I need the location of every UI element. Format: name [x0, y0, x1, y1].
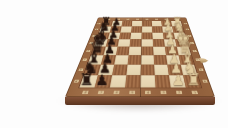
square-b4	[141, 65, 155, 76]
square-a5	[125, 75, 141, 87]
coordinate-inlay-back-7: 7	[117, 19, 120, 20]
coordinate-inlay-back-2: 2	[164, 19, 167, 20]
square-b1: ♞	[181, 65, 198, 76]
perspective-wrapper: ♜♟♟♜♞♟♟♞♝♟♟♝♚♟♟♚♛♟♟♛♝♟♟♝♞♟♟♞♜♟♟♜ 88hh77g…	[0, 0, 228, 128]
coordinate-inlay-left-d: d	[86, 50, 91, 52]
coordinate-inlay-back-4: 4	[145, 19, 148, 20]
coordinate-inlay-back-1: 1	[174, 19, 177, 20]
square-f5	[130, 33, 141, 40]
coordinate-inlay-front-7: 7	[98, 91, 105, 94]
coordinate-inlay-right-d: d	[192, 50, 197, 52]
coordinate-inlay-right-g: g	[185, 29, 189, 31]
square-a6	[110, 75, 127, 87]
board-front-edge	[65, 97, 215, 105]
square-b2: ♟	[167, 65, 183, 76]
coordinate-inlay-back-6: 6	[126, 19, 129, 20]
coordinate-inlay-left-b: b	[78, 68, 83, 71]
coordinate-inlay-left-c: c	[82, 59, 87, 61]
square-a8: ♜	[79, 75, 98, 87]
coordinate-inlay-front-3: 3	[160, 91, 166, 94]
square-f6	[119, 33, 131, 40]
coordinate-inlay-front-1: 1	[191, 91, 198, 94]
coordinate-inlay-left-f: f	[92, 35, 96, 37]
square-f1: ♝	[174, 33, 187, 40]
chess-board: ♜♟♟♜♞♟♟♞♝♟♟♝♚♟♟♚♛♟♟♛♝♟♟♝♞♟♟♞♜♟♟♜ 88hh77g…	[65, 17, 215, 97]
square-c5	[128, 55, 142, 64]
coordinate-inlay-right-c: c	[195, 59, 200, 61]
coordinate-inlay-right-a: a	[202, 80, 208, 83]
square-d4	[141, 47, 154, 55]
coordinate-inlay-front-8: 8	[82, 91, 89, 94]
square-a4	[140, 75, 155, 87]
coordinate-inlay-right-h: h	[183, 23, 187, 24]
coordinate-inlay-back-5: 5	[136, 19, 139, 20]
square-e4	[141, 39, 153, 46]
coordinate-inlay-front-6: 6	[113, 91, 119, 94]
coordinate-inlay-right-e: e	[190, 42, 194, 44]
square-e1: ♚	[175, 39, 188, 46]
square-c1: ♝	[179, 55, 194, 64]
square-b5	[126, 65, 140, 76]
coordinate-inlay-back-3: 3	[155, 19, 158, 20]
chess-set-photo: ♜♟♟♜♞♟♟♞♝♟♟♝♚♟♟♚♛♟♟♛♝♟♟♝♞♟♟♞♜♟♟♜ 88hh77g…	[0, 0, 228, 128]
square-f4	[142, 33, 153, 40]
square-d6	[116, 47, 129, 55]
square-e5	[129, 39, 141, 46]
square-a7: ♟	[95, 75, 113, 87]
coordinate-inlay-left-g: g	[94, 29, 98, 31]
square-a1: ♜	[183, 75, 201, 87]
coordinate-inlay-front-5: 5	[129, 91, 135, 94]
coordinate-inlay-right-f: f	[187, 35, 191, 37]
square-b3	[154, 65, 169, 76]
square-c4	[141, 55, 154, 64]
coordinate-inlay-left-e: e	[89, 42, 93, 44]
brass-clasp-icon	[199, 58, 209, 63]
coordinate-inlay-front-4: 4	[145, 91, 151, 94]
coordinate-inlay-right-b: b	[198, 68, 203, 71]
square-c6	[114, 55, 128, 64]
coordinate-inlay-left-a: a	[73, 80, 79, 83]
coordinate-inlay-front-2: 2	[176, 91, 182, 94]
square-d1: ♛	[177, 47, 191, 55]
square-b6	[112, 65, 127, 76]
coordinate-inlay-back-8: 8	[107, 19, 110, 20]
square-e6	[118, 39, 131, 46]
square-d5	[129, 47, 142, 55]
coordinate-inlay-left-h: h	[97, 23, 101, 24]
